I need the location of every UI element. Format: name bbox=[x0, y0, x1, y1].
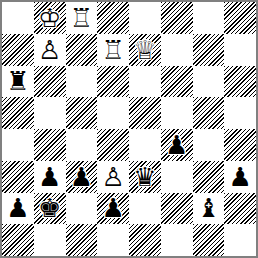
square-d1[interactable] bbox=[97, 224, 129, 256]
square-b4[interactable] bbox=[34, 129, 66, 161]
square-a7[interactable] bbox=[2, 34, 34, 66]
square-c6[interactable] bbox=[66, 66, 98, 98]
white-rook-icon-glyph: ♖ bbox=[70, 5, 93, 31]
square-h3[interactable]: ♟♟ bbox=[224, 161, 256, 193]
square-b3[interactable]: ♟♟ bbox=[34, 161, 66, 193]
square-g2[interactable]: ♝♝ bbox=[193, 193, 225, 225]
black-pawn-icon-glyph: ♟ bbox=[101, 195, 124, 221]
square-h7[interactable] bbox=[224, 34, 256, 66]
square-g3[interactable] bbox=[193, 161, 225, 193]
black-pawn-icon-glyph: ♟ bbox=[228, 164, 251, 190]
black-rook-icon-glyph: ♜ bbox=[6, 68, 29, 94]
black-king-icon: ♚♚ bbox=[34, 193, 66, 225]
square-e7[interactable]: ♛♕ bbox=[129, 34, 161, 66]
square-f1[interactable] bbox=[161, 224, 193, 256]
black-pawn-icon: ♟♟ bbox=[97, 193, 129, 225]
square-f3[interactable] bbox=[161, 161, 193, 193]
square-c4[interactable] bbox=[66, 129, 98, 161]
white-queen-icon: ♛♕ bbox=[129, 34, 161, 66]
square-d2[interactable]: ♟♟ bbox=[97, 193, 129, 225]
square-d4[interactable] bbox=[97, 129, 129, 161]
square-f4[interactable]: ♟♟ bbox=[161, 129, 193, 161]
black-queen-icon-glyph: ♛ bbox=[133, 164, 156, 190]
square-h2[interactable] bbox=[224, 193, 256, 225]
square-h6[interactable] bbox=[224, 66, 256, 98]
square-d5[interactable] bbox=[97, 97, 129, 129]
square-a5[interactable] bbox=[2, 97, 34, 129]
black-queen-icon: ♛♛ bbox=[129, 161, 161, 193]
black-pawn-icon: ♟♟ bbox=[66, 161, 98, 193]
black-pawn-icon-glyph: ♟ bbox=[165, 132, 188, 158]
square-g1[interactable] bbox=[193, 224, 225, 256]
square-e6[interactable] bbox=[129, 66, 161, 98]
square-d7[interactable]: ♜♖ bbox=[97, 34, 129, 66]
square-b8[interactable]: ♚♔ bbox=[34, 2, 66, 34]
square-h1[interactable] bbox=[224, 224, 256, 256]
black-pawn-icon: ♟♟ bbox=[34, 161, 66, 193]
black-pawn-icon-glyph: ♟ bbox=[38, 164, 61, 190]
square-f2[interactable] bbox=[161, 193, 193, 225]
square-e1[interactable] bbox=[129, 224, 161, 256]
square-f5[interactable] bbox=[161, 97, 193, 129]
square-d8[interactable] bbox=[97, 2, 129, 34]
square-c2[interactable] bbox=[66, 193, 98, 225]
square-c7[interactable] bbox=[66, 34, 98, 66]
square-a1[interactable] bbox=[2, 224, 34, 256]
square-h8[interactable] bbox=[224, 2, 256, 34]
black-bishop-icon: ♝♝ bbox=[193, 193, 225, 225]
black-bishop-icon-glyph: ♝ bbox=[197, 195, 220, 221]
black-pawn-icon-glyph: ♟ bbox=[6, 195, 29, 221]
square-a8[interactable] bbox=[2, 2, 34, 34]
square-g6[interactable] bbox=[193, 66, 225, 98]
black-pawn-icon: ♟♟ bbox=[2, 193, 34, 225]
white-pawn-icon: ♟♙ bbox=[34, 34, 66, 66]
square-b5[interactable] bbox=[34, 97, 66, 129]
square-a2[interactable]: ♟♟ bbox=[2, 193, 34, 225]
square-a4[interactable] bbox=[2, 129, 34, 161]
square-f8[interactable] bbox=[161, 2, 193, 34]
square-e8[interactable] bbox=[129, 2, 161, 34]
square-h5[interactable] bbox=[224, 97, 256, 129]
square-g7[interactable] bbox=[193, 34, 225, 66]
square-e5[interactable] bbox=[129, 97, 161, 129]
black-rook-icon: ♜♜ bbox=[2, 66, 34, 98]
square-c1[interactable] bbox=[66, 224, 98, 256]
white-rook-icon: ♜♖ bbox=[66, 2, 98, 34]
square-a6[interactable]: ♜♜ bbox=[2, 66, 34, 98]
square-e3[interactable]: ♛♛ bbox=[129, 161, 161, 193]
square-b1[interactable] bbox=[34, 224, 66, 256]
square-g8[interactable] bbox=[193, 2, 225, 34]
square-e4[interactable] bbox=[129, 129, 161, 161]
square-h4[interactable] bbox=[224, 129, 256, 161]
square-g4[interactable] bbox=[193, 129, 225, 161]
square-e2[interactable] bbox=[129, 193, 161, 225]
square-d6[interactable] bbox=[97, 66, 129, 98]
square-b2[interactable]: ♚♚ bbox=[34, 193, 66, 225]
square-f6[interactable] bbox=[161, 66, 193, 98]
black-king-icon-glyph: ♚ bbox=[38, 195, 61, 221]
white-king-icon-glyph: ♔ bbox=[38, 5, 61, 31]
black-pawn-icon: ♟♟ bbox=[161, 129, 193, 161]
white-rook-icon-glyph: ♖ bbox=[101, 37, 124, 63]
square-b6[interactable] bbox=[34, 66, 66, 98]
chess-board: ♚♔♜♖♟♙♜♖♛♕♜♜♟♟♟♟♟♟♟♙♛♛♟♟♟♟♚♚♟♟♝♝ bbox=[0, 0, 258, 258]
white-pawn-icon-glyph: ♙ bbox=[101, 164, 124, 190]
white-king-icon: ♚♔ bbox=[34, 2, 66, 34]
white-rook-icon: ♜♖ bbox=[97, 34, 129, 66]
square-g5[interactable] bbox=[193, 97, 225, 129]
square-f7[interactable] bbox=[161, 34, 193, 66]
square-b7[interactable]: ♟♙ bbox=[34, 34, 66, 66]
white-pawn-icon: ♟♙ bbox=[97, 161, 129, 193]
square-c5[interactable] bbox=[66, 97, 98, 129]
square-c8[interactable]: ♜♖ bbox=[66, 2, 98, 34]
square-c3[interactable]: ♟♟ bbox=[66, 161, 98, 193]
black-pawn-icon-glyph: ♟ bbox=[70, 164, 93, 190]
square-d3[interactable]: ♟♙ bbox=[97, 161, 129, 193]
black-pawn-icon: ♟♟ bbox=[224, 161, 256, 193]
white-queen-icon-glyph: ♕ bbox=[133, 37, 156, 63]
square-a3[interactable] bbox=[2, 161, 34, 193]
white-pawn-icon-glyph: ♙ bbox=[38, 37, 61, 63]
